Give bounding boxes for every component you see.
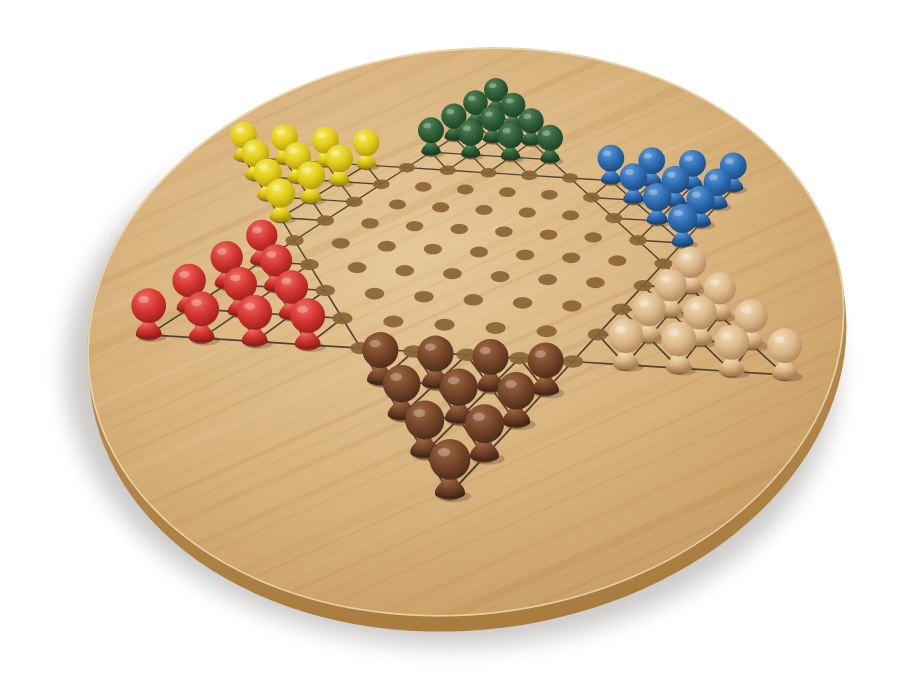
peg-red[interactable] xyxy=(290,298,325,352)
peg-blue[interactable] xyxy=(668,204,698,249)
peg-highlight xyxy=(644,153,652,159)
peg-highlight xyxy=(289,148,298,154)
peg-highlight xyxy=(276,130,284,136)
peg-hole[interactable] xyxy=(562,173,578,183)
peg-yellow[interactable] xyxy=(326,145,354,188)
peg-hole[interactable] xyxy=(378,241,396,252)
peg-highlight xyxy=(692,192,701,198)
peg-highlight xyxy=(505,380,517,388)
peg-highlight xyxy=(370,340,381,347)
peg-blue[interactable] xyxy=(643,183,672,227)
peg-highlight xyxy=(485,111,493,116)
peg-hole[interactable] xyxy=(365,288,385,300)
peg-hole[interactable] xyxy=(383,316,403,328)
peg-highlight xyxy=(244,303,255,310)
peg-head xyxy=(430,439,471,480)
peg-head xyxy=(418,117,444,143)
peg-hole[interactable] xyxy=(499,187,516,197)
peg-brown[interactable] xyxy=(465,404,505,465)
peg-highlight xyxy=(709,175,718,181)
peg-hole[interactable] xyxy=(361,218,379,228)
peg-hole[interactable] xyxy=(513,297,533,309)
peg-green[interactable] xyxy=(418,117,444,157)
peg-head xyxy=(661,322,696,357)
peg-head xyxy=(632,293,665,326)
peg-head xyxy=(683,296,716,329)
peg-hole[interactable] xyxy=(300,259,319,270)
peg-highlight xyxy=(721,333,732,340)
peg-hole[interactable] xyxy=(516,250,534,261)
peg-hole[interactable] xyxy=(424,244,442,255)
peg-highlight xyxy=(448,377,460,385)
peg-head xyxy=(528,342,564,378)
peg-highlight xyxy=(252,227,262,233)
peg-hole[interactable] xyxy=(373,179,390,189)
peg-head xyxy=(537,125,563,151)
peg-head xyxy=(326,145,354,173)
peg-highlight xyxy=(297,306,308,313)
peg-hole[interactable] xyxy=(317,215,335,225)
peg-head xyxy=(465,404,504,443)
peg-hole[interactable] xyxy=(348,262,367,273)
peg-head xyxy=(608,318,643,353)
peg-hole[interactable] xyxy=(414,291,434,303)
peg-green[interactable] xyxy=(537,125,563,165)
peg-head xyxy=(472,339,508,375)
peg-highlight xyxy=(774,336,785,343)
peg-hole[interactable] xyxy=(654,258,672,269)
peg-natural[interactable] xyxy=(767,328,802,382)
peg-head xyxy=(714,325,749,360)
peg-highlight xyxy=(266,251,276,258)
peg-hole[interactable] xyxy=(608,255,626,266)
peg-highlight xyxy=(317,133,325,139)
peg-head xyxy=(362,332,398,368)
peg-hole[interactable] xyxy=(491,271,510,282)
peg-hole[interactable] xyxy=(538,274,557,285)
peg-highlight xyxy=(331,151,340,157)
peg-highlight xyxy=(503,128,511,133)
peg-hole[interactable] xyxy=(537,325,557,337)
peg-green[interactable] xyxy=(497,122,523,162)
peg-highlight xyxy=(236,127,244,133)
peg-green[interactable] xyxy=(458,120,484,160)
peg-natural[interactable] xyxy=(714,325,749,379)
peg-highlight xyxy=(710,279,720,286)
peg-hole[interactable] xyxy=(629,235,647,245)
peg-highlight xyxy=(423,123,431,128)
peg-hole[interactable] xyxy=(346,197,363,207)
peg-yellow[interactable] xyxy=(266,179,296,224)
peg-head xyxy=(131,288,166,323)
peg-highlight xyxy=(179,271,189,278)
peg-yellow[interactable] xyxy=(353,129,380,170)
peg-hole[interactable] xyxy=(611,303,631,315)
peg-highlight xyxy=(438,448,451,456)
peg-highlight xyxy=(741,307,751,314)
peg-head xyxy=(458,120,484,146)
peg-head xyxy=(620,163,648,191)
peg-hole[interactable] xyxy=(562,210,579,220)
peg-head xyxy=(266,179,295,208)
peg-highlight xyxy=(480,347,491,354)
peg-highlight xyxy=(473,413,485,421)
peg-highlight xyxy=(302,167,311,173)
peg-highlight xyxy=(446,109,454,114)
peg-highlight xyxy=(463,126,471,131)
peg-hole[interactable] xyxy=(480,168,496,178)
peg-head xyxy=(275,270,308,303)
peg-hole[interactable] xyxy=(605,213,622,223)
peg-hole[interactable] xyxy=(406,221,424,231)
peg-hole[interactable] xyxy=(509,352,530,364)
peg-highlight xyxy=(230,274,240,281)
peg-hole[interactable] xyxy=(286,235,304,246)
peg-hole[interactable] xyxy=(316,285,336,297)
peg-highlight xyxy=(191,299,202,306)
peg-head xyxy=(440,368,478,406)
peg-highlight xyxy=(668,329,679,336)
peg-highlight xyxy=(281,278,291,285)
peg-highlight xyxy=(674,210,683,216)
peg-highlight xyxy=(603,151,611,157)
peg-highlight xyxy=(413,409,425,417)
peg-red[interactable] xyxy=(131,288,166,342)
peg-highlight xyxy=(725,158,733,164)
peg-hole[interactable] xyxy=(475,205,492,215)
peg-highlight xyxy=(247,145,256,151)
peg-hole[interactable] xyxy=(584,232,602,242)
peg-highlight xyxy=(690,303,700,310)
peg-hole[interactable] xyxy=(519,208,536,218)
peg-head xyxy=(497,122,523,148)
peg-highlight xyxy=(468,96,476,101)
peg-hole[interactable] xyxy=(583,193,600,203)
peg-head xyxy=(383,365,421,403)
peg-hole[interactable] xyxy=(588,328,608,340)
chinese-checkers-board xyxy=(0,0,900,693)
peg-hole[interactable] xyxy=(332,238,350,249)
peg-red[interactable] xyxy=(237,295,272,349)
peg-highlight xyxy=(506,98,514,103)
peg-highlight xyxy=(358,135,366,141)
peg-hole[interactable] xyxy=(440,166,456,176)
peg-highlight xyxy=(615,326,626,333)
peg-hole[interactable] xyxy=(451,224,469,234)
peg-highlight xyxy=(138,296,149,303)
peg-head xyxy=(405,400,444,439)
peg-hole[interactable] xyxy=(464,294,484,306)
peg-hole[interactable] xyxy=(432,202,449,212)
peg-hole[interactable] xyxy=(486,322,506,334)
peg-head xyxy=(668,204,697,233)
peg-highlight xyxy=(259,165,268,171)
chinese-checkers-scene xyxy=(0,0,900,693)
peg-head xyxy=(598,145,625,172)
peg-hole[interactable] xyxy=(470,247,488,258)
peg-head xyxy=(290,298,325,333)
peg-highlight xyxy=(535,350,546,357)
peg-hole[interactable] xyxy=(332,312,352,324)
peg-hole[interactable] xyxy=(521,171,537,181)
peg-highlight xyxy=(625,169,634,175)
peg-hole[interactable] xyxy=(540,229,558,239)
peg-hole[interactable] xyxy=(541,190,558,200)
peg-natural[interactable] xyxy=(608,318,643,372)
peg-hole[interactable] xyxy=(562,300,582,312)
peg-hole[interactable] xyxy=(562,252,580,263)
peg-head xyxy=(498,372,536,410)
peg-head xyxy=(353,129,380,156)
peg-hole[interactable] xyxy=(634,280,653,291)
peg-hole[interactable] xyxy=(586,277,605,288)
peg-red[interactable] xyxy=(184,292,219,346)
peg-brown[interactable] xyxy=(430,439,471,502)
peg-head xyxy=(417,336,453,372)
peg-highlight xyxy=(542,131,550,136)
peg-hole[interactable] xyxy=(495,227,513,237)
peg-hole[interactable] xyxy=(389,199,406,209)
peg-head xyxy=(643,183,671,211)
peg-natural[interactable] xyxy=(661,322,696,376)
peg-highlight xyxy=(639,300,649,307)
peg-highlight xyxy=(217,248,227,255)
peg-hole[interactable] xyxy=(562,355,583,367)
peg-highlight xyxy=(425,343,436,350)
peg-highlight xyxy=(667,172,676,178)
peg-hole[interactable] xyxy=(457,185,474,195)
peg-head xyxy=(184,292,219,327)
peg-highlight xyxy=(681,254,691,260)
peg-highlight xyxy=(272,185,281,191)
peg-highlight xyxy=(684,156,692,162)
peg-head xyxy=(767,328,802,363)
peg-hole[interactable] xyxy=(395,265,414,276)
peg-head xyxy=(237,295,272,330)
peg-highlight xyxy=(390,373,402,381)
peg-hole[interactable] xyxy=(399,163,415,173)
peg-hole[interactable] xyxy=(443,268,462,279)
peg-yellow[interactable] xyxy=(297,161,326,205)
peg-hole[interactable] xyxy=(434,319,454,331)
peg-highlight xyxy=(524,114,532,119)
peg-highlight xyxy=(661,276,671,283)
peg-hole[interactable] xyxy=(415,182,432,192)
peg-highlight xyxy=(649,189,658,195)
peg-highlight xyxy=(489,83,496,88)
peg-head xyxy=(297,161,325,189)
